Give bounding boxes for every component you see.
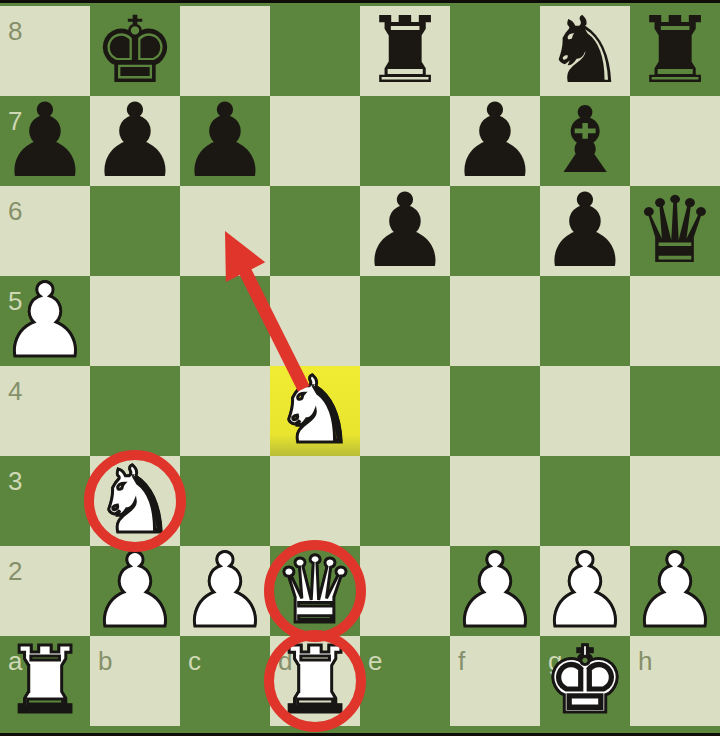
piece-black-knight-g8[interactable]: ♞ — [540, 6, 630, 96]
coord-label-a8: 8 — [8, 18, 22, 44]
square-g6[interactable]: ♟ — [540, 186, 630, 276]
piece-white-pawn-c2[interactable]: ♟ — [180, 546, 270, 636]
piece-black-queen-h6[interactable]: ♛ — [630, 186, 720, 276]
square-e6[interactable]: ♟ — [360, 186, 450, 276]
coord-label-a3: 3 — [8, 468, 22, 494]
piece-white-king-g1[interactable]: ♚ — [540, 636, 630, 726]
piece-white-knight-d4[interactable]: ♞ — [270, 366, 360, 456]
square-d2[interactable]: ♛ — [270, 546, 360, 636]
piece-white-pawn-a5[interactable]: ♟ — [0, 276, 90, 366]
square-f7[interactable]: ♟ — [450, 96, 540, 186]
piece-black-pawn-a7[interactable]: ♟ — [0, 96, 90, 186]
square-h7[interactable] — [630, 96, 720, 186]
square-h5[interactable] — [630, 276, 720, 366]
square-d4[interactable]: ♞ — [270, 366, 360, 456]
square-e1[interactable]: e — [360, 636, 450, 726]
square-d7[interactable] — [270, 96, 360, 186]
square-d8[interactable] — [270, 6, 360, 96]
piece-black-pawn-g6[interactable]: ♟ — [540, 186, 630, 276]
square-d6[interactable] — [270, 186, 360, 276]
piece-white-pawn-h2[interactable]: ♟ — [630, 546, 720, 636]
piece-white-pawn-g2[interactable]: ♟ — [540, 546, 630, 636]
square-f4[interactable] — [450, 366, 540, 456]
piece-black-rook-h8[interactable]: ♜ — [630, 6, 720, 96]
coord-label-f1: f — [458, 648, 465, 674]
square-e3[interactable] — [360, 456, 450, 546]
piece-black-pawn-c7[interactable]: ♟ — [180, 96, 270, 186]
square-g8[interactable]: ♞ — [540, 6, 630, 96]
square-b7[interactable]: ♟ — [90, 96, 180, 186]
coord-label-e1: e — [368, 648, 382, 674]
coord-label-a6: 6 — [8, 198, 22, 224]
piece-black-pawn-f7[interactable]: ♟ — [450, 96, 540, 186]
coord-label-c1: c — [188, 648, 201, 674]
square-f5[interactable] — [450, 276, 540, 366]
square-c4[interactable] — [180, 366, 270, 456]
square-a3[interactable]: 3 — [0, 456, 90, 546]
square-f2[interactable]: ♟ — [450, 546, 540, 636]
square-h2[interactable]: ♟ — [630, 546, 720, 636]
square-h6[interactable]: ♛ — [630, 186, 720, 276]
square-h8[interactable]: ♜ — [630, 6, 720, 96]
square-a7[interactable]: 7♟ — [0, 96, 90, 186]
coord-label-a2: 2 — [8, 558, 22, 584]
square-e4[interactable] — [360, 366, 450, 456]
square-b4[interactable] — [90, 366, 180, 456]
square-c2[interactable]: ♟ — [180, 546, 270, 636]
square-b2[interactable]: ♟ — [90, 546, 180, 636]
square-d5[interactable] — [270, 276, 360, 366]
square-g4[interactable] — [540, 366, 630, 456]
piece-white-queen-d2[interactable]: ♛ — [270, 546, 360, 636]
square-d1[interactable]: d♜ — [270, 636, 360, 726]
square-d3[interactable] — [270, 456, 360, 546]
coord-label-a4: 4 — [8, 378, 22, 404]
coord-label-b1: b — [98, 648, 112, 674]
square-c7[interactable]: ♟ — [180, 96, 270, 186]
piece-black-pawn-e6[interactable]: ♟ — [360, 186, 450, 276]
coord-label-h1: h — [638, 648, 652, 674]
piece-white-rook-d1[interactable]: ♜ — [270, 636, 360, 726]
square-a2[interactable]: 2 — [0, 546, 90, 636]
square-a1[interactable]: a♜ — [0, 636, 90, 726]
piece-white-rook-a1[interactable]: ♜ — [0, 636, 90, 726]
square-h4[interactable] — [630, 366, 720, 456]
piece-white-pawn-f2[interactable]: ♟ — [450, 546, 540, 636]
piece-white-pawn-b2[interactable]: ♟ — [90, 546, 180, 636]
chess-board: 8♚♜♞♜7♟♟♟♟♝6♟♟♛5♟4♞3♞2♟♟♛♟♟♟a♜bcd♜efg♚h — [0, 6, 720, 726]
square-e2[interactable] — [360, 546, 450, 636]
piece-black-rook-e8[interactable]: ♜ — [360, 6, 450, 96]
square-e8[interactable]: ♜ — [360, 6, 450, 96]
piece-black-pawn-b7[interactable]: ♟ — [90, 96, 180, 186]
square-c5[interactable] — [180, 276, 270, 366]
square-a5[interactable]: 5♟ — [0, 276, 90, 366]
square-g1[interactable]: g♚ — [540, 636, 630, 726]
square-g2[interactable]: ♟ — [540, 546, 630, 636]
square-b5[interactable] — [90, 276, 180, 366]
chess-app-screenshot: 8♚♜♞♜7♟♟♟♟♝6♟♟♛5♟4♞3♞2♟♟♛♟♟♟a♜bcd♜efg♚h — [0, 0, 720, 736]
